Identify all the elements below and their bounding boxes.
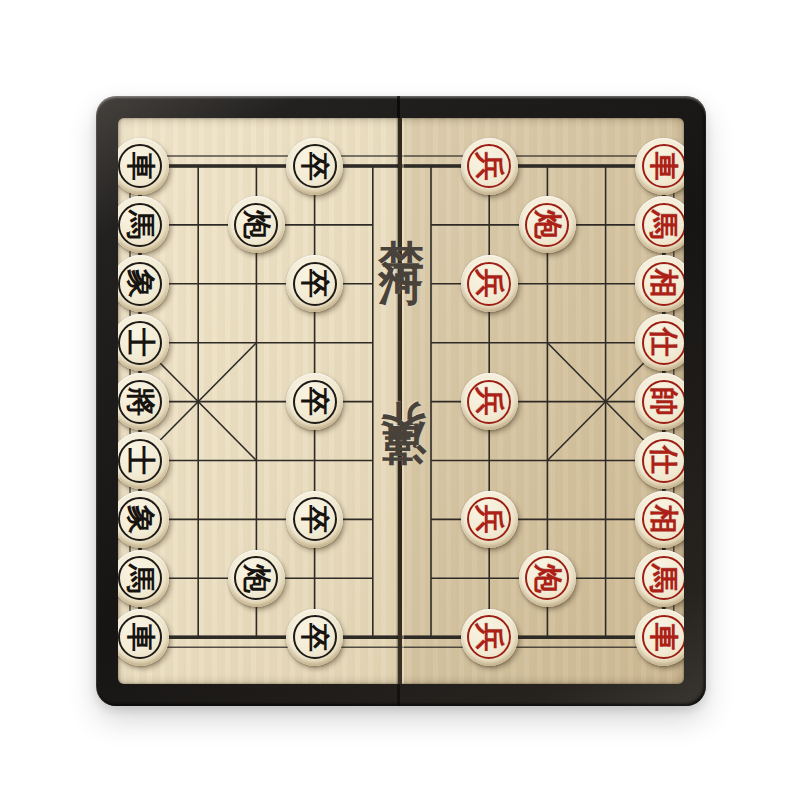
piece-character: 兵 <box>461 609 518 666</box>
board-frame: 楚河 漢界 車馬象士將士象馬車炮炮卒卒卒卒卒兵兵兵兵兵炮炮車馬相仕帥仕相馬車 <box>96 96 706 706</box>
piece-character: 車 <box>635 609 684 666</box>
piece-character: 炮 <box>228 550 285 607</box>
piece-character: 相 <box>635 491 684 548</box>
piece-black-chariot[interactable]: 車 <box>118 609 169 666</box>
piece-black-cannon[interactable]: 炮 <box>228 196 285 253</box>
piece-character: 馬 <box>635 550 684 607</box>
piece-red-elephant[interactable]: 相 <box>635 491 684 548</box>
piece-character: 卒 <box>286 255 343 312</box>
piece-character: 象 <box>118 255 169 312</box>
piece-black-soldier[interactable]: 卒 <box>286 373 343 430</box>
piece-character: 卒 <box>286 373 343 430</box>
piece-character: 兵 <box>461 138 518 195</box>
piece-character: 卒 <box>286 138 343 195</box>
piece-character: 帥 <box>635 373 684 430</box>
piece-character: 馬 <box>635 196 684 253</box>
piece-black-cannon[interactable]: 炮 <box>228 550 285 607</box>
river-label-han-jie: 漢界 <box>377 460 427 504</box>
piece-black-soldier[interactable]: 卒 <box>286 491 343 548</box>
piece-character: 車 <box>118 138 169 195</box>
piece-character: 兵 <box>461 255 518 312</box>
piece-black-chariot[interactable]: 車 <box>118 138 169 195</box>
piece-red-horse[interactable]: 馬 <box>635 550 684 607</box>
piece-red-horse[interactable]: 馬 <box>635 196 684 253</box>
piece-character: 炮 <box>519 196 576 253</box>
piece-character: 將 <box>118 373 169 430</box>
piece-character: 兵 <box>461 373 518 430</box>
piece-black-elephant[interactable]: 象 <box>118 491 169 548</box>
piece-character: 仕 <box>635 314 684 371</box>
piece-black-soldier[interactable]: 卒 <box>286 255 343 312</box>
piece-red-advisor[interactable]: 仕 <box>635 432 684 489</box>
piece-red-soldier[interactable]: 兵 <box>461 255 518 312</box>
piece-red-chariot[interactable]: 車 <box>635 609 684 666</box>
piece-red-cannon[interactable]: 炮 <box>519 196 576 253</box>
piece-black-soldier[interactable]: 卒 <box>286 138 343 195</box>
piece-black-advisor[interactable]: 士 <box>118 314 169 371</box>
piece-black-horse[interactable]: 馬 <box>118 196 169 253</box>
piece-black-advisor[interactable]: 士 <box>118 432 169 489</box>
piece-character: 士 <box>118 432 169 489</box>
piece-character: 炮 <box>519 550 576 607</box>
piece-red-soldier[interactable]: 兵 <box>461 491 518 548</box>
piece-red-general[interactable]: 帥 <box>635 373 684 430</box>
piece-character: 炮 <box>228 196 285 253</box>
piece-character: 士 <box>118 314 169 371</box>
piece-red-soldier[interactable]: 兵 <box>461 609 518 666</box>
piece-character: 馬 <box>118 196 169 253</box>
piece-red-soldier[interactable]: 兵 <box>461 138 518 195</box>
piece-character: 象 <box>118 491 169 548</box>
piece-red-elephant[interactable]: 相 <box>635 255 684 312</box>
board-surface: 楚河 漢界 車馬象士將士象馬車炮炮卒卒卒卒卒兵兵兵兵兵炮炮車馬相仕帥仕相馬車 <box>118 118 684 684</box>
piece-character: 仕 <box>635 432 684 489</box>
piece-black-horse[interactable]: 馬 <box>118 550 169 607</box>
piece-character: 相 <box>635 255 684 312</box>
piece-red-soldier[interactable]: 兵 <box>461 373 518 430</box>
piece-character: 馬 <box>118 550 169 607</box>
piece-character: 卒 <box>286 491 343 548</box>
piece-character: 車 <box>118 609 169 666</box>
piece-character: 車 <box>635 138 684 195</box>
piece-black-soldier[interactable]: 卒 <box>286 609 343 666</box>
piece-character: 兵 <box>461 491 518 548</box>
piece-red-cannon[interactable]: 炮 <box>519 550 576 607</box>
piece-character: 卒 <box>286 609 343 666</box>
product-photo: 楚河 漢界 車馬象士將士象馬車炮炮卒卒卒卒卒兵兵兵兵兵炮炮車馬相仕帥仕相馬車 <box>0 0 800 800</box>
piece-black-elephant[interactable]: 象 <box>118 255 169 312</box>
river-label-chu-he: 楚河 <box>377 202 427 246</box>
piece-red-chariot[interactable]: 車 <box>635 138 684 195</box>
piece-black-general[interactable]: 將 <box>118 373 169 430</box>
piece-red-advisor[interactable]: 仕 <box>635 314 684 371</box>
